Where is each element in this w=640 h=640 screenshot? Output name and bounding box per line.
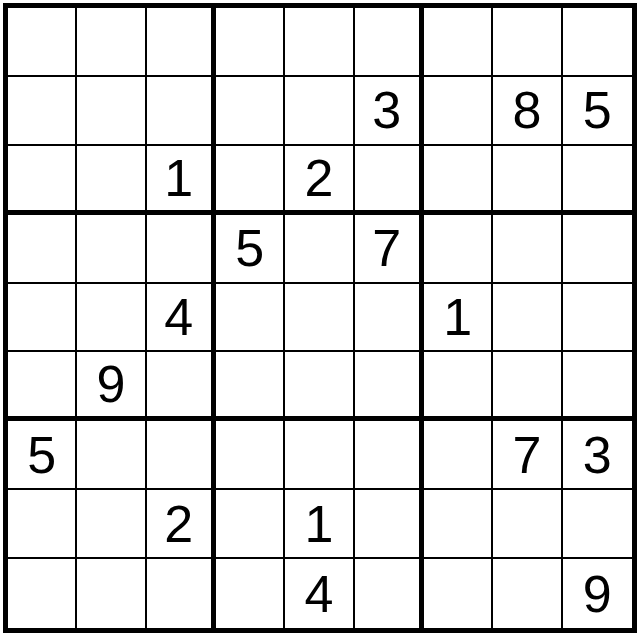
cell-r5c3[interactable]: 4	[147, 284, 216, 353]
cell-r1c1[interactable]	[8, 8, 77, 77]
cell-r5c9[interactable]	[563, 284, 632, 353]
given-digit: 4	[164, 291, 193, 343]
cell-r9c5[interactable]: 4	[285, 559, 354, 628]
cell-r6c1[interactable]	[8, 352, 77, 421]
cell-r4c5[interactable]	[285, 215, 354, 284]
cell-r7c5[interactable]	[285, 421, 354, 490]
cell-r7c6[interactable]	[355, 421, 424, 490]
cell-r5c6[interactable]	[355, 284, 424, 353]
cell-r3c7[interactable]	[424, 146, 493, 215]
cell-r2c3[interactable]	[147, 77, 216, 146]
cell-r7c4[interactable]	[216, 421, 285, 490]
sudoku-board: 38512574195732149	[3, 3, 637, 633]
cell-r9c9[interactable]: 9	[563, 559, 632, 628]
cell-r9c2[interactable]	[77, 559, 146, 628]
cell-r8c8[interactable]	[493, 490, 562, 559]
given-digit: 2	[164, 498, 193, 550]
cell-r3c1[interactable]	[8, 146, 77, 215]
cell-r4c2[interactable]	[77, 215, 146, 284]
cell-r1c5[interactable]	[285, 8, 354, 77]
given-digit: 1	[305, 498, 334, 550]
cell-r3c9[interactable]	[563, 146, 632, 215]
cell-r2c5[interactable]	[285, 77, 354, 146]
cell-r7c7[interactable]	[424, 421, 493, 490]
cell-r2c2[interactable]	[77, 77, 146, 146]
cell-r4c3[interactable]	[147, 215, 216, 284]
cell-r7c3[interactable]	[147, 421, 216, 490]
cell-r6c7[interactable]	[424, 352, 493, 421]
cell-r3c3[interactable]: 1	[147, 146, 216, 215]
cell-r2c1[interactable]	[8, 77, 77, 146]
cell-r9c6[interactable]	[355, 559, 424, 628]
cell-r1c7[interactable]	[424, 8, 493, 77]
cell-r9c1[interactable]	[8, 559, 77, 628]
cell-r3c2[interactable]	[77, 146, 146, 215]
given-digit: 3	[372, 84, 401, 136]
cell-r6c5[interactable]	[285, 352, 354, 421]
cell-r7c8[interactable]: 7	[493, 421, 562, 490]
given-digit: 7	[372, 222, 401, 274]
cell-r2c9[interactable]: 5	[563, 77, 632, 146]
cell-r8c3[interactable]: 2	[147, 490, 216, 559]
cell-r3c4[interactable]	[216, 146, 285, 215]
given-digit: 4	[305, 568, 334, 620]
cell-r1c3[interactable]	[147, 8, 216, 77]
cell-r4c7[interactable]	[424, 215, 493, 284]
given-digit: 5	[235, 222, 264, 274]
cell-r8c9[interactable]	[563, 490, 632, 559]
cell-r4c8[interactable]	[493, 215, 562, 284]
cell-r8c7[interactable]	[424, 490, 493, 559]
cell-r5c8[interactable]	[493, 284, 562, 353]
cell-r7c9[interactable]: 3	[563, 421, 632, 490]
cell-r4c1[interactable]	[8, 215, 77, 284]
cell-r1c9[interactable]	[563, 8, 632, 77]
cell-r9c4[interactable]	[216, 559, 285, 628]
given-digit: 5	[583, 84, 612, 136]
cell-r7c1[interactable]: 5	[8, 421, 77, 490]
cell-r6c6[interactable]	[355, 352, 424, 421]
given-digit: 2	[305, 152, 334, 204]
cell-r6c9[interactable]	[563, 352, 632, 421]
cell-r9c7[interactable]	[424, 559, 493, 628]
cell-r4c9[interactable]	[563, 215, 632, 284]
cell-r4c4[interactable]: 5	[216, 215, 285, 284]
cell-r8c2[interactable]	[77, 490, 146, 559]
cell-r6c4[interactable]	[216, 352, 285, 421]
cell-r3c6[interactable]	[355, 146, 424, 215]
cell-r6c3[interactable]	[147, 352, 216, 421]
cell-r8c4[interactable]	[216, 490, 285, 559]
cell-r8c6[interactable]	[355, 490, 424, 559]
given-digit: 5	[27, 429, 56, 481]
given-digit: 9	[97, 358, 126, 410]
cell-r2c4[interactable]	[216, 77, 285, 146]
given-digit: 8	[513, 84, 542, 136]
cell-r2c8[interactable]: 8	[493, 77, 562, 146]
cell-r7c2[interactable]	[77, 421, 146, 490]
cell-r5c2[interactable]	[77, 284, 146, 353]
cell-r9c3[interactable]	[147, 559, 216, 628]
cell-r5c7[interactable]: 1	[424, 284, 493, 353]
given-digit: 1	[164, 152, 193, 204]
cell-r5c4[interactable]	[216, 284, 285, 353]
cell-r6c8[interactable]	[493, 352, 562, 421]
cell-r3c5[interactable]: 2	[285, 146, 354, 215]
given-digit: 3	[583, 429, 612, 481]
cell-r8c1[interactable]	[8, 490, 77, 559]
cell-r4c6[interactable]: 7	[355, 215, 424, 284]
given-digit: 1	[443, 291, 472, 343]
cell-r5c1[interactable]	[8, 284, 77, 353]
cell-r1c2[interactable]	[77, 8, 146, 77]
cell-r3c8[interactable]	[493, 146, 562, 215]
cell-r6c2[interactable]: 9	[77, 352, 146, 421]
cell-r1c6[interactable]	[355, 8, 424, 77]
cell-r1c8[interactable]	[493, 8, 562, 77]
cell-r1c4[interactable]	[216, 8, 285, 77]
given-digit: 7	[513, 429, 542, 481]
cell-r5c5[interactable]	[285, 284, 354, 353]
cell-r2c6[interactable]: 3	[355, 77, 424, 146]
cell-r9c8[interactable]	[493, 559, 562, 628]
cell-r2c7[interactable]	[424, 77, 493, 146]
given-digit: 9	[583, 568, 612, 620]
cell-r8c5[interactable]: 1	[285, 490, 354, 559]
